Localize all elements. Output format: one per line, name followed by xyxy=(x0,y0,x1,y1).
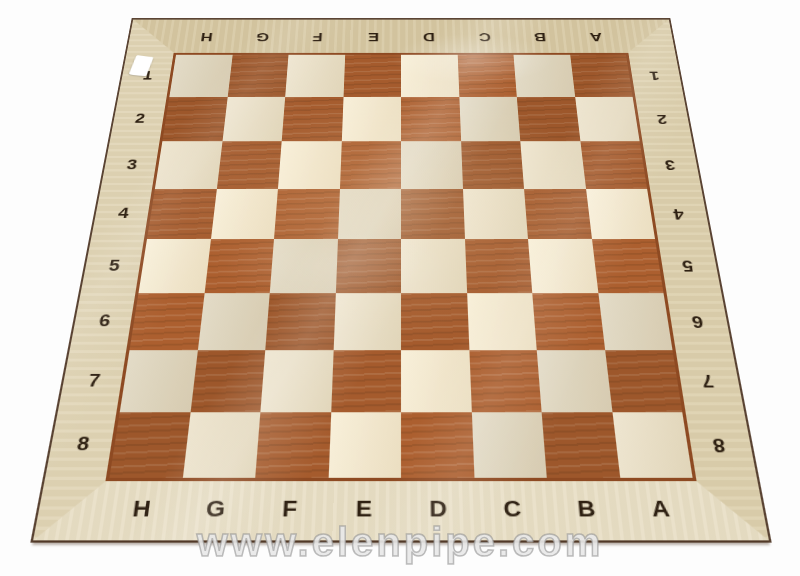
file-label-top-D: D xyxy=(401,20,457,55)
rank-label-left-7: 7 xyxy=(58,350,130,412)
rank-label-left-3: 3 xyxy=(101,141,163,188)
square-a3[interactable] xyxy=(580,141,647,188)
square-e8[interactable] xyxy=(328,412,401,478)
square-a8[interactable] xyxy=(612,412,693,478)
square-f5[interactable] xyxy=(270,239,338,293)
square-c4[interactable] xyxy=(463,189,528,239)
square-h4[interactable] xyxy=(147,189,216,239)
square-c2[interactable] xyxy=(459,97,520,142)
square-h2[interactable] xyxy=(162,97,227,142)
square-g8[interactable] xyxy=(182,412,260,478)
square-d1[interactable] xyxy=(401,55,459,97)
square-d6[interactable] xyxy=(401,293,469,350)
square-b4[interactable] xyxy=(524,189,591,239)
square-f7[interactable] xyxy=(260,350,333,412)
square-c5[interactable] xyxy=(465,239,533,293)
rank-label-right-6: 6 xyxy=(663,293,732,350)
square-b3[interactable] xyxy=(520,141,585,188)
square-g5[interactable] xyxy=(204,239,274,293)
file-label-top-B: B xyxy=(511,20,570,55)
square-b2[interactable] xyxy=(517,97,580,142)
square-d4[interactable] xyxy=(401,189,465,239)
rank-label-right-1: 1 xyxy=(626,55,684,97)
rank-label-left-5: 5 xyxy=(81,239,147,293)
file-label-top-E: E xyxy=(345,20,401,55)
square-b1[interactable] xyxy=(513,55,574,97)
file-label-top-H: H xyxy=(176,20,236,55)
square-e5[interactable] xyxy=(335,239,401,293)
rank-label-left-8: 8 xyxy=(45,412,120,478)
square-g6[interactable] xyxy=(197,293,269,350)
rank-label-right-5: 5 xyxy=(655,239,721,293)
square-g1[interactable] xyxy=(227,55,288,97)
square-g7[interactable] xyxy=(190,350,265,412)
square-c8[interactable] xyxy=(471,412,546,478)
square-c1[interactable] xyxy=(457,55,517,97)
square-a5[interactable] xyxy=(592,239,664,293)
square-h5[interactable] xyxy=(139,239,211,293)
file-label-bottom-F: F xyxy=(250,478,328,540)
square-c6[interactable] xyxy=(467,293,537,350)
file-label-bottom-C: C xyxy=(474,478,552,540)
photo-background: HGFEDCBA HGFEDCBA 12345678 12345678 www.… xyxy=(0,0,800,576)
square-g2[interactable] xyxy=(222,97,285,142)
file-label-bottom-A: A xyxy=(620,478,703,540)
square-e1[interactable] xyxy=(343,55,401,97)
square-d5[interactable] xyxy=(401,239,467,293)
square-h7[interactable] xyxy=(120,350,198,412)
file-label-bottom-H: H xyxy=(100,478,183,540)
chess-board: HGFEDCBA HGFEDCBA 12345678 12345678 xyxy=(33,20,769,541)
rank-label-left-4: 4 xyxy=(91,189,155,239)
square-a2[interactable] xyxy=(575,97,640,142)
playing-field xyxy=(105,53,696,481)
square-c7[interactable] xyxy=(469,350,542,412)
file-label-top-C: C xyxy=(456,20,514,55)
square-f1[interactable] xyxy=(285,55,345,97)
rank-label-right-3: 3 xyxy=(640,141,702,188)
square-h1[interactable] xyxy=(169,55,232,97)
square-f2[interactable] xyxy=(282,97,343,142)
board-scene: HGFEDCBA HGFEDCBA 12345678 12345678 xyxy=(91,0,711,549)
rank-label-right-2: 2 xyxy=(633,97,693,142)
file-label-bottom-E: E xyxy=(326,478,401,540)
square-g4[interactable] xyxy=(211,189,278,239)
square-b8[interactable] xyxy=(542,412,620,478)
rank-label-right-4: 4 xyxy=(647,189,711,239)
square-e2[interactable] xyxy=(341,97,401,142)
file-label-top-A: A xyxy=(566,20,626,55)
file-label-bottom-D: D xyxy=(401,478,476,540)
square-e7[interactable] xyxy=(331,350,401,412)
square-e4[interactable] xyxy=(338,189,402,239)
square-h6[interactable] xyxy=(129,293,204,350)
square-h8[interactable] xyxy=(109,412,190,478)
square-d3[interactable] xyxy=(401,141,463,188)
square-b7[interactable] xyxy=(537,350,612,412)
square-a6[interactable] xyxy=(598,293,673,350)
square-b5[interactable] xyxy=(528,239,598,293)
square-f3[interactable] xyxy=(278,141,341,188)
square-a1[interactable] xyxy=(570,55,633,97)
square-e3[interactable] xyxy=(339,141,401,188)
file-label-top-G: G xyxy=(232,20,291,55)
rank-label-right-8: 8 xyxy=(682,412,757,478)
square-d2[interactable] xyxy=(401,97,461,142)
square-d7[interactable] xyxy=(401,350,471,412)
square-d8[interactable] xyxy=(401,412,474,478)
square-f6[interactable] xyxy=(265,293,335,350)
square-h3[interactable] xyxy=(155,141,222,188)
square-g3[interactable] xyxy=(216,141,281,188)
file-labels-top: HGFEDCBA xyxy=(176,20,626,55)
square-e6[interactable] xyxy=(333,293,401,350)
square-c3[interactable] xyxy=(461,141,524,188)
rank-label-right-7: 7 xyxy=(673,350,745,412)
square-f8[interactable] xyxy=(255,412,330,478)
square-b6[interactable] xyxy=(532,293,604,350)
file-label-bottom-G: G xyxy=(175,478,255,540)
rank-label-left-2: 2 xyxy=(110,97,170,142)
square-a7[interactable] xyxy=(605,350,683,412)
file-label-top-F: F xyxy=(289,20,347,55)
square-a4[interactable] xyxy=(586,189,655,239)
squares-grid xyxy=(109,55,692,478)
file-labels-bottom: HGFEDCBA xyxy=(100,478,703,540)
square-f4[interactable] xyxy=(274,189,339,239)
rank-label-left-6: 6 xyxy=(70,293,139,350)
file-label-bottom-B: B xyxy=(547,478,627,540)
